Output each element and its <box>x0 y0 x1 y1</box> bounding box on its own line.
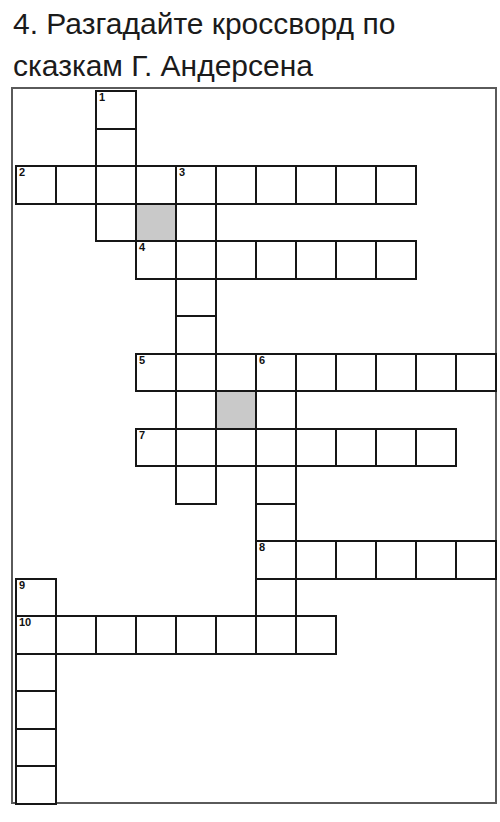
crossword-cell[interactable] <box>175 203 217 243</box>
crossword-cell[interactable] <box>255 165 297 205</box>
crossword-cell[interactable] <box>175 240 217 280</box>
crossword-cell[interactable]: 8 <box>255 540 297 580</box>
crossword-cell[interactable] <box>135 615 177 655</box>
crossword-cell[interactable] <box>175 278 217 318</box>
crossword-cell[interactable] <box>95 165 137 205</box>
clue-number: 10 <box>19 616 31 629</box>
crossword-cell[interactable] <box>335 353 377 393</box>
clue-number: 4 <box>139 241 145 254</box>
crossword-cell[interactable] <box>135 165 177 205</box>
crossword-cell[interactable] <box>255 615 297 655</box>
crossword-cell[interactable] <box>295 615 337 655</box>
crossword-cell[interactable] <box>255 465 297 505</box>
clue-number: 5 <box>139 354 145 367</box>
crossword-cell[interactable] <box>215 353 257 393</box>
crossword-cell[interactable] <box>335 165 377 205</box>
crossword-cell[interactable] <box>175 353 217 393</box>
crossword-cell[interactable]: 7 <box>135 428 177 468</box>
crossword-cell[interactable] <box>295 540 337 580</box>
crossword-cell[interactable] <box>335 540 377 580</box>
crossword-cell[interactable] <box>95 615 137 655</box>
crossword-cell[interactable]: 1 <box>95 90 137 130</box>
clue-number: 6 <box>259 354 265 367</box>
crossword-cell[interactable] <box>95 203 137 243</box>
crossword-cell[interactable] <box>175 390 217 430</box>
crossword-cell[interactable] <box>335 428 377 468</box>
crossword-cell[interactable]: 10 <box>15 615 57 655</box>
shaded-cell[interactable] <box>135 203 177 243</box>
crossword-cell[interactable] <box>295 165 337 205</box>
crossword-cell[interactable] <box>415 540 457 580</box>
crossword-cell[interactable] <box>95 128 137 168</box>
crossword-cell[interactable] <box>375 540 417 580</box>
crossword-cell[interactable] <box>215 240 257 280</box>
crossword-cell[interactable] <box>455 540 497 580</box>
crossword-cell[interactable] <box>255 503 297 543</box>
clue-number: 2 <box>19 166 25 179</box>
crossword-cell[interactable] <box>15 765 57 805</box>
clue-number: 7 <box>139 429 145 442</box>
crossword-cell[interactable] <box>255 578 297 618</box>
crossword-cell[interactable] <box>215 428 257 468</box>
crossword-board: 12345678910 <box>0 0 500 822</box>
crossword-cell[interactable]: 3 <box>175 165 217 205</box>
crossword-cell[interactable]: 9 <box>15 578 57 618</box>
crossword-cell[interactable] <box>255 240 297 280</box>
crossword-cell[interactable] <box>15 653 57 693</box>
crossword-cell[interactable] <box>175 615 217 655</box>
crossword-cell[interactable] <box>375 165 417 205</box>
crossword-cell[interactable] <box>175 428 217 468</box>
crossword-cell[interactable] <box>15 728 57 768</box>
crossword-cell[interactable] <box>295 353 337 393</box>
crossword-cell[interactable] <box>255 390 297 430</box>
clue-number: 3 <box>179 166 185 179</box>
crossword-cell[interactable] <box>375 240 417 280</box>
clue-number: 8 <box>259 541 265 554</box>
crossword-cell[interactable] <box>455 353 497 393</box>
crossword-cell[interactable] <box>55 165 97 205</box>
crossword-cell[interactable] <box>175 315 217 355</box>
shaded-cell[interactable] <box>215 390 257 430</box>
crossword-cell[interactable]: 4 <box>135 240 177 280</box>
crossword-cell[interactable]: 5 <box>135 353 177 393</box>
crossword-cell[interactable] <box>415 428 457 468</box>
crossword-cell[interactable] <box>335 240 377 280</box>
crossword-cell[interactable] <box>295 428 337 468</box>
crossword-cell[interactable]: 2 <box>15 165 57 205</box>
clue-number: 1 <box>99 91 105 104</box>
crossword-cell[interactable] <box>415 353 457 393</box>
crossword-cell[interactable] <box>215 615 257 655</box>
crossword-cell[interactable] <box>175 465 217 505</box>
crossword-cell[interactable] <box>215 165 257 205</box>
crossword-cell[interactable] <box>295 240 337 280</box>
clue-number: 9 <box>19 579 25 592</box>
crossword-cell[interactable] <box>55 615 97 655</box>
crossword-cell[interactable] <box>375 353 417 393</box>
crossword-cell[interactable]: 6 <box>255 353 297 393</box>
crossword-cell[interactable] <box>255 428 297 468</box>
crossword-cell[interactable] <box>375 428 417 468</box>
crossword-cell[interactable] <box>15 690 57 730</box>
